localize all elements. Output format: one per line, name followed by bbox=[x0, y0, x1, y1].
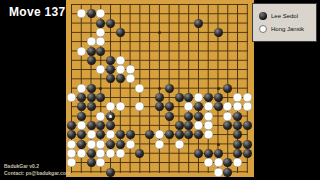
white-stone bbox=[204, 121, 213, 130]
white-stone bbox=[67, 149, 76, 158]
black-stone bbox=[175, 121, 184, 130]
white-stone bbox=[77, 47, 86, 56]
black-stone bbox=[243, 149, 252, 158]
black-stone bbox=[194, 19, 203, 28]
black-stone bbox=[87, 47, 96, 56]
hoshi-point bbox=[158, 31, 161, 34]
black-stone bbox=[175, 130, 184, 139]
black-stone bbox=[96, 47, 105, 56]
black-stone bbox=[106, 19, 115, 28]
black-stone bbox=[106, 140, 115, 149]
hoshi-point bbox=[158, 87, 161, 90]
black-stone bbox=[106, 121, 115, 130]
white-stone bbox=[77, 84, 86, 93]
black-stone bbox=[214, 28, 223, 37]
black-stone bbox=[233, 140, 242, 149]
white-stone bbox=[204, 112, 213, 121]
black-stone bbox=[87, 9, 96, 18]
black-stone bbox=[116, 140, 125, 149]
black-stone bbox=[106, 112, 115, 121]
black-stone bbox=[87, 84, 96, 93]
black-stone bbox=[106, 168, 115, 177]
last-move-marker bbox=[109, 115, 112, 118]
white-stone bbox=[194, 121, 203, 130]
black-stone bbox=[87, 149, 96, 158]
black-stone bbox=[194, 149, 203, 158]
black-stone bbox=[214, 149, 223, 158]
black-stone bbox=[243, 121, 252, 130]
white-stone bbox=[126, 140, 135, 149]
black-stone bbox=[77, 112, 86, 121]
video-frame: Move 137 Lee Sedol Hong Jansik BadukGar … bbox=[0, 0, 320, 180]
black-stone bbox=[165, 112, 174, 121]
white-stone bbox=[77, 121, 86, 130]
black-stone bbox=[87, 93, 96, 102]
black-stone bbox=[204, 93, 213, 102]
black-stone bbox=[77, 93, 86, 102]
black-stone bbox=[87, 56, 96, 65]
white-stone bbox=[106, 149, 115, 158]
black-stone bbox=[233, 112, 242, 121]
black-stone bbox=[243, 140, 252, 149]
legend-white-player: Hong Jansik bbox=[259, 22, 316, 35]
white-stone bbox=[96, 112, 105, 121]
black-stone bbox=[87, 121, 96, 130]
player-legend: Lee Sedol Hong Jansik bbox=[252, 3, 317, 42]
credits-line1: BadukGar v0.2 bbox=[4, 163, 70, 170]
white-stone bbox=[77, 149, 86, 158]
black-stone bbox=[194, 112, 203, 121]
white-stone bbox=[155, 140, 164, 149]
white-stone bbox=[243, 93, 252, 102]
white-stone bbox=[87, 140, 96, 149]
white-stone bbox=[96, 140, 105, 149]
white-stone bbox=[126, 65, 135, 74]
black-stone bbox=[155, 93, 164, 102]
black-stone bbox=[204, 149, 213, 158]
black-stone bbox=[175, 93, 184, 102]
hoshi-point bbox=[217, 87, 220, 90]
white-stone-icon bbox=[259, 25, 267, 33]
white-stone bbox=[116, 65, 125, 74]
black-stone bbox=[87, 158, 96, 167]
white-stone bbox=[214, 158, 223, 167]
white-stone bbox=[116, 149, 125, 158]
black-stone bbox=[106, 56, 115, 65]
white-stone bbox=[214, 168, 223, 177]
legend-black-player: Lee Sedol bbox=[259, 9, 316, 22]
black-stone bbox=[223, 168, 232, 177]
white-stone bbox=[67, 93, 76, 102]
black-stone bbox=[116, 28, 125, 37]
black-stone bbox=[184, 112, 193, 121]
black-stone bbox=[67, 121, 76, 130]
white-stone bbox=[67, 140, 76, 149]
black-stone bbox=[214, 93, 223, 102]
black-player-name: Lee Sedol bbox=[271, 13, 298, 19]
black-stone bbox=[165, 84, 174, 93]
white-stone bbox=[204, 158, 213, 167]
go-board bbox=[66, 0, 254, 177]
white-stone bbox=[116, 56, 125, 65]
white-stone bbox=[87, 130, 96, 139]
hoshi-point bbox=[217, 143, 220, 146]
black-stone bbox=[165, 130, 174, 139]
white-stone bbox=[87, 37, 96, 46]
black-stone bbox=[214, 102, 223, 111]
black-stone bbox=[126, 130, 135, 139]
black-stone-icon bbox=[259, 12, 267, 20]
white-player-name: Hong Jansik bbox=[271, 26, 304, 32]
black-stone bbox=[77, 140, 86, 149]
black-stone bbox=[77, 130, 86, 139]
black-stone bbox=[96, 19, 105, 28]
black-stone bbox=[87, 102, 96, 111]
white-stone bbox=[175, 140, 184, 149]
move-counter: Move 137 bbox=[9, 5, 65, 19]
credits-text: BadukGar v0.2 Contact: ps@badukgar.com bbox=[4, 163, 70, 177]
white-stone bbox=[243, 102, 252, 111]
credits-line2: Contact: ps@badukgar.com bbox=[4, 170, 70, 177]
